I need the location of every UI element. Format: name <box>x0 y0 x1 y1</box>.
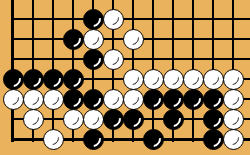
intersection-empty[interactable] <box>163 129 183 149</box>
white-stone <box>223 109 244 130</box>
black-stone <box>123 109 144 130</box>
black-stone <box>203 89 224 110</box>
intersection-empty[interactable] <box>123 9 143 29</box>
black-stone <box>143 89 164 110</box>
intersection-empty[interactable] <box>183 109 203 129</box>
black-stone <box>63 89 84 110</box>
intersection-empty[interactable] <box>143 109 163 129</box>
white-stone <box>23 109 44 130</box>
white-stone <box>183 69 204 90</box>
intersection-empty[interactable] <box>183 129 203 149</box>
intersection-empty[interactable] <box>103 129 123 149</box>
black-stone <box>83 49 104 70</box>
intersection-empty[interactable] <box>23 49 43 69</box>
black-stone <box>83 9 104 30</box>
intersection-empty[interactable] <box>103 29 123 49</box>
white-stone <box>43 129 64 150</box>
intersection-empty[interactable] <box>143 9 163 29</box>
intersection-empty[interactable] <box>123 49 143 69</box>
intersection-empty[interactable] <box>3 129 23 149</box>
white-stone <box>3 89 24 110</box>
black-stone <box>3 69 24 90</box>
black-stone <box>63 69 84 90</box>
black-stone <box>163 89 184 110</box>
black-stone <box>23 69 44 90</box>
white-stone <box>163 69 184 90</box>
white-stone <box>83 109 104 130</box>
intersection-empty[interactable] <box>183 29 203 49</box>
intersection-empty[interactable] <box>63 49 83 69</box>
white-stone <box>23 89 44 110</box>
black-stone <box>183 89 204 110</box>
black-stone <box>203 109 224 130</box>
intersection-empty[interactable] <box>43 29 63 49</box>
intersection-empty[interactable] <box>163 29 183 49</box>
intersection-empty[interactable] <box>43 9 63 29</box>
intersection-empty[interactable] <box>143 29 163 49</box>
intersection-empty[interactable] <box>223 29 243 49</box>
white-stone <box>223 69 244 90</box>
go-board[interactable] <box>0 0 250 155</box>
white-stone <box>223 129 244 150</box>
intersection-empty[interactable] <box>103 69 123 89</box>
white-stone <box>103 49 124 70</box>
intersection-empty[interactable] <box>23 129 43 149</box>
intersection-empty[interactable] <box>3 109 23 129</box>
black-stone <box>83 89 104 110</box>
intersection-empty[interactable] <box>223 9 243 29</box>
white-stone <box>83 29 104 50</box>
intersection-empty[interactable] <box>163 49 183 69</box>
white-stone <box>43 89 64 110</box>
intersection-empty[interactable] <box>143 49 163 69</box>
intersection-empty[interactable] <box>163 9 183 29</box>
intersection-empty[interactable] <box>23 9 43 29</box>
white-stone <box>223 89 244 110</box>
intersection-empty[interactable] <box>183 9 203 29</box>
intersection-empty[interactable] <box>63 9 83 29</box>
intersection-empty[interactable] <box>203 9 223 29</box>
black-stone <box>143 129 164 150</box>
intersection-empty[interactable] <box>43 49 63 69</box>
intersection-empty[interactable] <box>3 9 23 29</box>
intersection-empty[interactable] <box>203 49 223 69</box>
intersection-empty[interactable] <box>3 29 23 49</box>
white-stone <box>63 109 84 130</box>
white-stone <box>143 69 164 90</box>
intersection-empty[interactable] <box>183 49 203 69</box>
white-stone <box>103 9 124 30</box>
black-stone <box>203 129 224 150</box>
black-stone <box>83 129 104 150</box>
white-stone <box>123 69 144 90</box>
white-stone <box>203 69 224 90</box>
intersection-empty[interactable] <box>223 49 243 69</box>
intersection-empty[interactable] <box>83 69 103 89</box>
intersection-empty[interactable] <box>43 109 63 129</box>
white-stone <box>103 89 124 110</box>
white-stone <box>123 89 144 110</box>
intersection-empty[interactable] <box>3 49 23 69</box>
intersection-empty[interactable] <box>63 129 83 149</box>
black-stone <box>63 29 84 50</box>
black-stone <box>163 109 184 130</box>
white-stone <box>123 29 144 50</box>
intersection-empty[interactable] <box>23 29 43 49</box>
intersection-empty[interactable] <box>203 29 223 49</box>
black-stone <box>103 109 124 130</box>
black-stone <box>43 69 64 90</box>
intersection-empty[interactable] <box>123 129 143 149</box>
